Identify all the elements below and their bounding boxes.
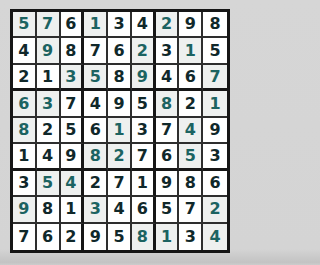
cell-r6c7[interactable]: 6 <box>156 144 180 170</box>
cell-r1c9[interactable]: 8 <box>203 12 227 38</box>
cell-r7c3[interactable]: 4 <box>61 171 85 197</box>
cell-r3c8[interactable]: 6 <box>179 65 203 91</box>
cell-r7c6[interactable]: 1 <box>132 171 156 197</box>
cell-r4c1[interactable]: 6 <box>13 91 37 117</box>
cell-r3c4[interactable]: 5 <box>84 65 108 91</box>
cell-r4c6[interactable]: 5 <box>132 91 156 117</box>
cell-r8c3[interactable]: 1 <box>61 197 85 223</box>
cell-r6c1[interactable]: 1 <box>13 144 37 170</box>
cell-r5c8[interactable]: 4 <box>179 118 203 144</box>
cell-r7c1[interactable]: 3 <box>13 171 37 197</box>
cell-r5c6[interactable]: 3 <box>132 118 156 144</box>
cell-r1c5[interactable]: 3 <box>108 12 132 38</box>
cell-r4c5[interactable]: 9 <box>108 91 132 117</box>
cell-r1c8[interactable]: 9 <box>179 12 203 38</box>
cell-r4c7[interactable]: 8 <box>156 91 180 117</box>
cell-r6c4[interactable]: 8 <box>84 144 108 170</box>
cell-r9c4[interactable]: 9 <box>84 224 108 250</box>
cell-r2c5[interactable]: 6 <box>108 38 132 64</box>
sudoku-board: 5761342984987623152135894676374958218256… <box>10 9 230 253</box>
cell-r7c2[interactable]: 5 <box>37 171 61 197</box>
cell-r9c9[interactable]: 4 <box>203 224 227 250</box>
cell-r6c6[interactable]: 7 <box>132 144 156 170</box>
cell-r1c4[interactable]: 1 <box>84 12 108 38</box>
cell-r6c5[interactable]: 2 <box>108 144 132 170</box>
cell-r2c1[interactable]: 4 <box>13 38 37 64</box>
cell-r5c5[interactable]: 1 <box>108 118 132 144</box>
cell-r9c1[interactable]: 7 <box>13 224 37 250</box>
cell-r4c9[interactable]: 1 <box>203 91 227 117</box>
cell-r2c3[interactable]: 8 <box>61 38 85 64</box>
cell-r8c8[interactable]: 7 <box>179 197 203 223</box>
cell-r7c5[interactable]: 7 <box>108 171 132 197</box>
cell-r7c9[interactable]: 6 <box>203 171 227 197</box>
cell-r8c2[interactable]: 8 <box>37 197 61 223</box>
cell-r2c9[interactable]: 5 <box>203 38 227 64</box>
cell-r9c5[interactable]: 5 <box>108 224 132 250</box>
cell-r3c5[interactable]: 8 <box>108 65 132 91</box>
cell-r7c4[interactable]: 2 <box>84 171 108 197</box>
cell-r3c7[interactable]: 4 <box>156 65 180 91</box>
cell-r9c2[interactable]: 6 <box>37 224 61 250</box>
cell-r2c2[interactable]: 9 <box>37 38 61 64</box>
cell-r3c3[interactable]: 3 <box>61 65 85 91</box>
cell-r5c7[interactable]: 7 <box>156 118 180 144</box>
cell-r8c4[interactable]: 3 <box>84 197 108 223</box>
cell-r5c9[interactable]: 9 <box>203 118 227 144</box>
cell-r8c6[interactable]: 6 <box>132 197 156 223</box>
cell-r9c8[interactable]: 3 <box>179 224 203 250</box>
cell-r8c1[interactable]: 9 <box>13 197 37 223</box>
cell-r6c9[interactable]: 3 <box>203 144 227 170</box>
cell-r1c7[interactable]: 2 <box>156 12 180 38</box>
cell-r3c1[interactable]: 2 <box>13 65 37 91</box>
cell-r8c5[interactable]: 4 <box>108 197 132 223</box>
cell-r3c2[interactable]: 1 <box>37 65 61 91</box>
cell-r9c3[interactable]: 2 <box>61 224 85 250</box>
cell-r6c3[interactable]: 9 <box>61 144 85 170</box>
cell-r6c2[interactable]: 4 <box>37 144 61 170</box>
cell-r2c7[interactable]: 3 <box>156 38 180 64</box>
cell-r3c9[interactable]: 7 <box>203 65 227 91</box>
cell-r4c4[interactable]: 4 <box>84 91 108 117</box>
cell-r1c6[interactable]: 4 <box>132 12 156 38</box>
cell-r5c2[interactable]: 2 <box>37 118 61 144</box>
cell-r1c1[interactable]: 5 <box>13 12 37 38</box>
cell-r3c6[interactable]: 9 <box>132 65 156 91</box>
cell-r2c8[interactable]: 1 <box>179 38 203 64</box>
cell-r1c3[interactable]: 6 <box>61 12 85 38</box>
cell-r8c7[interactable]: 5 <box>156 197 180 223</box>
cell-r9c7[interactable]: 1 <box>156 224 180 250</box>
cell-r6c8[interactable]: 5 <box>179 144 203 170</box>
cell-r4c8[interactable]: 2 <box>179 91 203 117</box>
cell-r5c4[interactable]: 6 <box>84 118 108 144</box>
cell-r7c7[interactable]: 9 <box>156 171 180 197</box>
page: 5761342984987623152135894676374958218256… <box>0 0 240 265</box>
cell-r2c4[interactable]: 7 <box>84 38 108 64</box>
cell-r7c8[interactable]: 8 <box>179 171 203 197</box>
cell-r5c3[interactable]: 5 <box>61 118 85 144</box>
cell-r4c2[interactable]: 3 <box>37 91 61 117</box>
cell-r8c9[interactable]: 2 <box>203 197 227 223</box>
cell-r4c3[interactable]: 7 <box>61 91 85 117</box>
cell-r1c2[interactable]: 7 <box>37 12 61 38</box>
cell-r9c6[interactable]: 8 <box>132 224 156 250</box>
cell-r2c6[interactable]: 2 <box>132 38 156 64</box>
cell-r5c1[interactable]: 8 <box>13 118 37 144</box>
